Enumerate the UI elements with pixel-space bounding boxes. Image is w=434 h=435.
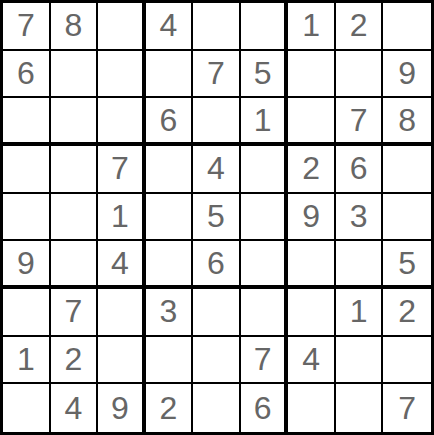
cell-r1c8[interactable]: 2 [336,3,384,51]
cell-r8c1[interactable]: 1 [3,337,51,385]
cell-r7c3[interactable] [98,289,146,337]
cell-r5c3[interactable]: 1 [98,194,146,242]
cell-r9c3[interactable]: 9 [98,384,146,432]
cell-r4c3[interactable]: 7 [98,146,146,194]
cell-r2c2[interactable] [51,51,99,99]
cell-r7c8[interactable]: 1 [336,289,384,337]
cell-r4c2[interactable] [51,146,99,194]
cell-r8c2[interactable]: 2 [51,337,99,385]
cell-r6c8[interactable] [336,241,384,289]
cell-r5c8[interactable]: 3 [336,194,384,242]
cell-r9c2[interactable]: 4 [51,384,99,432]
cell-r3c9[interactable]: 8 [383,98,431,146]
cell-r6c4[interactable] [146,241,194,289]
cell-r4c9[interactable] [383,146,431,194]
cell-r4c1[interactable] [3,146,51,194]
cell-r2c1[interactable]: 6 [3,51,51,99]
cell-r6c6[interactable] [241,241,289,289]
cell-r2c6[interactable]: 5 [241,51,289,99]
cell-r8c6[interactable]: 7 [241,337,289,385]
cell-r6c1[interactable]: 9 [3,241,51,289]
cell-r8c3[interactable] [98,337,146,385]
cell-r1c3[interactable] [98,3,146,51]
cell-r5c4[interactable] [146,194,194,242]
cell-r5c1[interactable] [3,194,51,242]
cell-r2c3[interactable] [98,51,146,99]
cell-r8c9[interactable] [383,337,431,385]
cell-r3c8[interactable]: 7 [336,98,384,146]
cell-r2c9[interactable]: 9 [383,51,431,99]
cell-r1c9[interactable] [383,3,431,51]
cell-r5c6[interactable] [241,194,289,242]
cell-r3c1[interactable] [3,98,51,146]
cell-r6c2[interactable] [51,241,99,289]
cell-r6c7[interactable] [288,241,336,289]
cell-r9c7[interactable] [288,384,336,432]
cell-r9c8[interactable] [336,384,384,432]
cell-r4c4[interactable] [146,146,194,194]
cell-r4c7[interactable]: 2 [288,146,336,194]
cell-r7c6[interactable] [241,289,289,337]
cell-r6c9[interactable]: 5 [383,241,431,289]
cell-r4c8[interactable]: 6 [336,146,384,194]
cell-r5c7[interactable]: 9 [288,194,336,242]
cell-r8c7[interactable]: 4 [288,337,336,385]
cell-r8c5[interactable] [193,337,241,385]
cell-r7c2[interactable]: 7 [51,289,99,337]
cell-r1c4[interactable]: 4 [146,3,194,51]
cell-r9c9[interactable]: 7 [383,384,431,432]
cell-r1c1[interactable]: 7 [3,3,51,51]
cell-r8c8[interactable] [336,337,384,385]
cell-r2c8[interactable] [336,51,384,99]
cell-r7c1[interactable] [3,289,51,337]
cell-r3c4[interactable]: 6 [146,98,194,146]
cell-r3c2[interactable] [51,98,99,146]
cell-r3c7[interactable] [288,98,336,146]
cell-r2c5[interactable]: 7 [193,51,241,99]
cell-r5c2[interactable] [51,194,99,242]
cell-r1c5[interactable] [193,3,241,51]
cell-r7c4[interactable]: 3 [146,289,194,337]
cell-r6c5[interactable]: 6 [193,241,241,289]
cell-r9c1[interactable] [3,384,51,432]
cell-r9c6[interactable]: 6 [241,384,289,432]
cell-r4c5[interactable]: 4 [193,146,241,194]
cell-r3c3[interactable] [98,98,146,146]
cell-r5c5[interactable]: 5 [193,194,241,242]
cell-r3c5[interactable] [193,98,241,146]
sudoku-grid: 78412675961787426159394657312127449267 [0,0,434,435]
cell-r1c7[interactable]: 1 [288,3,336,51]
cell-r7c7[interactable] [288,289,336,337]
cell-r3c6[interactable]: 1 [241,98,289,146]
cell-r5c9[interactable] [383,194,431,242]
cell-r9c4[interactable]: 2 [146,384,194,432]
cell-r8c4[interactable] [146,337,194,385]
cell-r4c6[interactable] [241,146,289,194]
cell-r1c2[interactable]: 8 [51,3,99,51]
cell-r2c7[interactable] [288,51,336,99]
cell-r6c3[interactable]: 4 [98,241,146,289]
cell-r1c6[interactable] [241,3,289,51]
cell-r7c5[interactable] [193,289,241,337]
cell-r9c5[interactable] [193,384,241,432]
cell-r2c4[interactable] [146,51,194,99]
cell-r7c9[interactable]: 2 [383,289,431,337]
